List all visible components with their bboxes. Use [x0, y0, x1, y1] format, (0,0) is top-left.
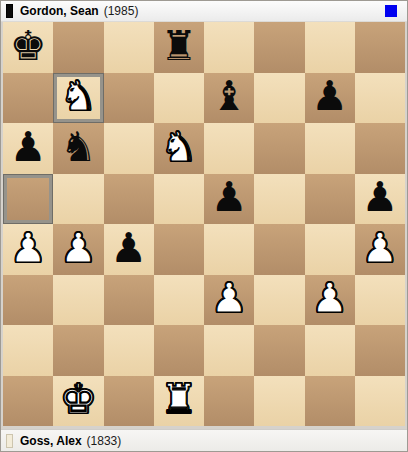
black-pawn[interactable]: ♟: [361, 177, 398, 218]
square-e1[interactable]: [204, 376, 254, 427]
square-g5[interactable]: [305, 174, 355, 225]
white-rook[interactable]: ♜: [160, 379, 197, 420]
black-player-color-chip: [6, 4, 13, 18]
square-b4[interactable]: ♟: [53, 224, 103, 275]
square-g6[interactable]: [305, 123, 355, 174]
black-bishop[interactable]: ♝: [211, 76, 248, 117]
chess-gui-window: Gordon, Sean (1985) ♚♜♞♝♟♟♞♞♟♟♟♟♟♟♟♟♚♜ G…: [0, 0, 408, 452]
bottom-player-bar: Goss, Alex (1833): [1, 429, 407, 451]
square-f1[interactable]: [254, 376, 304, 427]
board-area: ♚♜♞♝♟♟♞♞♟♟♟♟♟♟♟♟♚♜: [1, 22, 407, 429]
square-g8[interactable]: [305, 22, 355, 73]
square-d3[interactable]: [154, 275, 204, 326]
square-g7[interactable]: ♟: [305, 73, 355, 124]
square-h4[interactable]: ♟: [355, 224, 405, 275]
square-e5[interactable]: ♟: [204, 174, 254, 225]
square-a1[interactable]: [3, 376, 53, 427]
bottom-player-rating: (1833): [87, 434, 122, 448]
square-h8[interactable]: [355, 22, 405, 73]
square-b7[interactable]: ♞: [53, 73, 103, 124]
square-b2[interactable]: [53, 325, 103, 376]
square-h3[interactable]: [355, 275, 405, 326]
square-b3[interactable]: [53, 275, 103, 326]
bottom-player-name: Goss, Alex: [20, 434, 82, 448]
top-player-name: Gordon, Sean: [20, 4, 99, 18]
square-d4[interactable]: [154, 224, 204, 275]
square-a2[interactable]: [3, 325, 53, 376]
square-c5[interactable]: [104, 174, 154, 225]
white-king[interactable]: ♚: [60, 379, 97, 420]
square-h2[interactable]: [355, 325, 405, 376]
white-pawn[interactable]: ♟: [211, 278, 248, 319]
square-d6[interactable]: ♞: [154, 123, 204, 174]
black-rook[interactable]: ♜: [160, 26, 197, 67]
square-e6[interactable]: [204, 123, 254, 174]
square-f3[interactable]: [254, 275, 304, 326]
square-e7[interactable]: ♝: [204, 73, 254, 124]
white-pawn[interactable]: ♟: [10, 228, 47, 269]
square-h5[interactable]: ♟: [355, 174, 405, 225]
square-g1[interactable]: [305, 376, 355, 427]
square-e2[interactable]: [204, 325, 254, 376]
square-a5[interactable]: [3, 174, 53, 225]
square-d5[interactable]: [154, 174, 204, 225]
side-to-move-indicator: [385, 5, 397, 17]
white-pawn[interactable]: ♟: [311, 278, 348, 319]
square-e8[interactable]: [204, 22, 254, 73]
black-king[interactable]: ♚: [10, 26, 47, 67]
white-pawn[interactable]: ♟: [361, 228, 398, 269]
square-d8[interactable]: ♜: [154, 22, 204, 73]
square-a4[interactable]: ♟: [3, 224, 53, 275]
square-b1[interactable]: ♚: [53, 376, 103, 427]
black-pawn[interactable]: ♟: [110, 228, 147, 269]
square-b6[interactable]: ♞: [53, 123, 103, 174]
black-pawn[interactable]: ♟: [10, 127, 47, 168]
white-knight[interactable]: ♞: [160, 127, 197, 168]
square-f2[interactable]: [254, 325, 304, 376]
square-f8[interactable]: [254, 22, 304, 73]
square-g3[interactable]: ♟: [305, 275, 355, 326]
square-b5[interactable]: [53, 174, 103, 225]
square-c3[interactable]: [104, 275, 154, 326]
square-d7[interactable]: [154, 73, 204, 124]
chess-board: ♚♜♞♝♟♟♞♞♟♟♟♟♟♟♟♟♚♜: [3, 22, 405, 426]
white-knight[interactable]: ♞: [60, 76, 97, 117]
top-player-rating: (1985): [104, 4, 139, 18]
square-a3[interactable]: [3, 275, 53, 326]
square-g2[interactable]: [305, 325, 355, 376]
square-g4[interactable]: [305, 224, 355, 275]
square-a8[interactable]: ♚: [3, 22, 53, 73]
square-d1[interactable]: ♜: [154, 376, 204, 427]
square-h6[interactable]: [355, 123, 405, 174]
square-c7[interactable]: [104, 73, 154, 124]
square-c1[interactable]: [104, 376, 154, 427]
square-a7[interactable]: [3, 73, 53, 124]
square-b8[interactable]: [53, 22, 103, 73]
square-c4[interactable]: ♟: [104, 224, 154, 275]
white-pawn[interactable]: ♟: [60, 228, 97, 269]
square-c2[interactable]: [104, 325, 154, 376]
square-f5[interactable]: [254, 174, 304, 225]
square-a6[interactable]: ♟: [3, 123, 53, 174]
square-f7[interactable]: [254, 73, 304, 124]
black-pawn[interactable]: ♟: [211, 177, 248, 218]
square-f6[interactable]: [254, 123, 304, 174]
square-h7[interactable]: [355, 73, 405, 124]
square-e4[interactable]: [204, 224, 254, 275]
square-c6[interactable]: [104, 123, 154, 174]
white-player-color-chip: [6, 434, 13, 448]
square-f4[interactable]: [254, 224, 304, 275]
black-pawn[interactable]: ♟: [311, 76, 348, 117]
black-knight[interactable]: ♞: [60, 127, 97, 168]
square-h1[interactable]: [355, 376, 405, 427]
square-c8[interactable]: [104, 22, 154, 73]
square-e3[interactable]: ♟: [204, 275, 254, 326]
square-d2[interactable]: [154, 325, 204, 376]
top-player-bar: Gordon, Sean (1985): [1, 1, 407, 22]
